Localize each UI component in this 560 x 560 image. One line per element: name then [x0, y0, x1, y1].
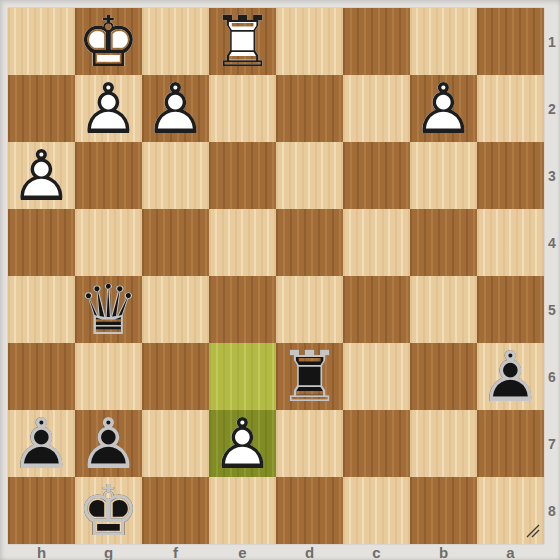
chess-board-widget: ♚♔♜♖♟♙♟♙♟♙♟♙♛♕♜♖♟♙♟♙♟♙♟♙♚♔ hgfedcba 1234… [0, 0, 560, 560]
square-f8[interactable] [142, 477, 209, 544]
black-king-glyph: ♚ [75, 477, 142, 544]
square-a3[interactable] [477, 142, 544, 209]
black-pawn-glyph: ♟ [477, 343, 544, 410]
square-b6[interactable] [410, 343, 477, 410]
black-queen-glyph: ♛ [75, 276, 142, 343]
square-d5[interactable] [276, 276, 343, 343]
white-pawn-glyph: ♟ [209, 410, 276, 477]
black-rook-outline: ♖ [276, 343, 343, 410]
file-label-b: b [410, 544, 477, 560]
file-labels: hgfedcba [8, 544, 544, 560]
white-king-outline: ♔ [75, 8, 142, 75]
square-f1[interactable] [142, 8, 209, 75]
square-h2[interactable] [8, 75, 75, 142]
rank-label-5: 5 [544, 276, 560, 343]
square-g4[interactable] [75, 209, 142, 276]
square-g3[interactable] [75, 142, 142, 209]
black-pawn-glyph: ♟ [8, 410, 75, 477]
piece-black-king-g8[interactable]: ♚♔ [75, 477, 142, 544]
square-a4[interactable] [477, 209, 544, 276]
file-label-g: g [75, 544, 142, 560]
square-b2[interactable]: ♟♙ [410, 75, 477, 142]
file-label-f: f [142, 544, 209, 560]
piece-white-king-g1[interactable]: ♚♔ [75, 8, 142, 75]
square-e2[interactable] [209, 75, 276, 142]
square-e5[interactable] [209, 276, 276, 343]
square-f7[interactable] [142, 410, 209, 477]
square-f3[interactable] [142, 142, 209, 209]
white-pawn-glyph: ♟ [8, 142, 75, 209]
square-g6[interactable] [75, 343, 142, 410]
square-f4[interactable] [142, 209, 209, 276]
piece-white-rook-e1[interactable]: ♜♖ [209, 8, 276, 75]
white-pawn-outline: ♙ [8, 142, 75, 209]
file-label-h: h [8, 544, 75, 560]
square-b1[interactable] [410, 8, 477, 75]
black-pawn-outline: ♙ [8, 410, 75, 477]
piece-black-pawn-g7[interactable]: ♟♙ [75, 410, 142, 477]
rank-labels: 12345678 [544, 8, 560, 544]
square-h1[interactable] [8, 8, 75, 75]
square-d2[interactable] [276, 75, 343, 142]
piece-white-pawn-f2[interactable]: ♟♙ [142, 75, 209, 142]
rank-label-3: 3 [544, 142, 560, 209]
square-d8[interactable] [276, 477, 343, 544]
square-d6[interactable]: ♜♖ [276, 343, 343, 410]
square-a6[interactable]: ♟♙ [477, 343, 544, 410]
piece-black-rook-d6[interactable]: ♜♖ [276, 343, 343, 410]
square-a5[interactable] [477, 276, 544, 343]
square-c3[interactable] [343, 142, 410, 209]
square-b8[interactable] [410, 477, 477, 544]
file-label-d: d [276, 544, 343, 560]
piece-black-queen-g5[interactable]: ♛♕ [75, 276, 142, 343]
square-g2[interactable]: ♟♙ [75, 75, 142, 142]
piece-black-pawn-h7[interactable]: ♟♙ [8, 410, 75, 477]
square-e4[interactable] [209, 209, 276, 276]
white-rook-outline: ♖ [209, 8, 276, 75]
white-pawn-outline: ♙ [209, 410, 276, 477]
square-b5[interactable] [410, 276, 477, 343]
rank-label-4: 4 [544, 209, 560, 276]
resize-handle-icon[interactable] [524, 522, 542, 540]
square-g5[interactable]: ♛♕ [75, 276, 142, 343]
square-d1[interactable] [276, 8, 343, 75]
rank-label-1: 1 [544, 8, 560, 75]
square-h6[interactable] [8, 343, 75, 410]
file-label-e: e [209, 544, 276, 560]
rank-label-8: 8 [544, 477, 560, 544]
square-e7[interactable]: ♟♙ [209, 410, 276, 477]
square-g1[interactable]: ♚♔ [75, 8, 142, 75]
square-d7[interactable] [276, 410, 343, 477]
square-d4[interactable] [276, 209, 343, 276]
square-a2[interactable] [477, 75, 544, 142]
square-c4[interactable] [343, 209, 410, 276]
piece-white-pawn-g2[interactable]: ♟♙ [75, 75, 142, 142]
square-g8[interactable]: ♚♔ [75, 477, 142, 544]
white-pawn-glyph: ♟ [75, 75, 142, 142]
square-c8[interactable] [343, 477, 410, 544]
square-c7[interactable] [343, 410, 410, 477]
square-f6[interactable] [142, 343, 209, 410]
square-e8[interactable] [209, 477, 276, 544]
black-rook-glyph: ♜ [276, 343, 343, 410]
white-king-glyph: ♚ [75, 8, 142, 75]
white-pawn-glyph: ♟ [410, 75, 477, 142]
square-h4[interactable] [8, 209, 75, 276]
piece-black-pawn-a6[interactable]: ♟♙ [477, 343, 544, 410]
square-b4[interactable] [410, 209, 477, 276]
white-pawn-outline: ♙ [142, 75, 209, 142]
white-pawn-glyph: ♟ [142, 75, 209, 142]
square-c1[interactable] [343, 8, 410, 75]
square-h3[interactable]: ♟♙ [8, 142, 75, 209]
square-c5[interactable] [343, 276, 410, 343]
square-b7[interactable] [410, 410, 477, 477]
file-label-a: a [477, 544, 544, 560]
square-h8[interactable] [8, 477, 75, 544]
white-pawn-outline: ♙ [410, 75, 477, 142]
square-e6[interactable] [209, 343, 276, 410]
square-f2[interactable]: ♟♙ [142, 75, 209, 142]
square-c2[interactable] [343, 75, 410, 142]
black-queen-outline: ♕ [75, 276, 142, 343]
square-e1[interactable]: ♜♖ [209, 8, 276, 75]
chess-board: ♚♔♜♖♟♙♟♙♟♙♟♙♛♕♜♖♟♙♟♙♟♙♟♙♚♔ [8, 8, 544, 544]
black-pawn-glyph: ♟ [75, 410, 142, 477]
black-pawn-outline: ♙ [477, 343, 544, 410]
square-a1[interactable] [477, 8, 544, 75]
black-pawn-outline: ♙ [75, 410, 142, 477]
square-h5[interactable] [8, 276, 75, 343]
square-g7[interactable]: ♟♙ [75, 410, 142, 477]
black-king-outline: ♔ [75, 477, 142, 544]
piece-white-pawn-h3[interactable]: ♟♙ [8, 142, 75, 209]
piece-white-pawn-b2[interactable]: ♟♙ [410, 75, 477, 142]
square-a7[interactable] [477, 410, 544, 477]
square-c6[interactable] [343, 343, 410, 410]
square-h7[interactable]: ♟♙ [8, 410, 75, 477]
square-b3[interactable] [410, 142, 477, 209]
square-f5[interactable] [142, 276, 209, 343]
square-d3[interactable] [276, 142, 343, 209]
rank-label-2: 2 [544, 75, 560, 142]
white-pawn-outline: ♙ [75, 75, 142, 142]
square-e3[interactable] [209, 142, 276, 209]
rank-label-7: 7 [544, 410, 560, 477]
rank-label-6: 6 [544, 343, 560, 410]
white-rook-glyph: ♜ [209, 8, 276, 75]
piece-white-pawn-e7[interactable]: ♟♙ [209, 410, 276, 477]
file-label-c: c [343, 544, 410, 560]
